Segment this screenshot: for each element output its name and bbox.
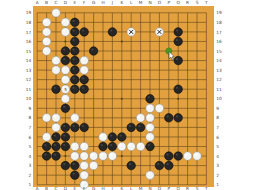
coord-label-right: 4: [216, 154, 219, 159]
coord-label-top: D: [64, 0, 68, 5]
black-stone: [71, 66, 80, 75]
stone-highlight: [73, 68, 75, 70]
coord-label-bottom: E: [73, 186, 76, 190]
stone-highlight: [176, 115, 178, 117]
stone-highlight: [44, 134, 47, 137]
coord-label-left: 14: [26, 58, 32, 63]
black-stone: [80, 85, 89, 94]
white-stone: [80, 66, 89, 75]
coord-label-bottom: H: [101, 186, 104, 190]
coord-label-left: 11: [26, 87, 32, 92]
stone-highlight: [54, 58, 57, 61]
coord-label-left: 4: [28, 154, 31, 159]
black-stone: [52, 133, 61, 142]
stone-highlight: [167, 115, 169, 117]
stone-highlight: [148, 96, 150, 98]
white-stone: [71, 142, 80, 151]
coord-label-top: G: [92, 0, 95, 5]
coord-label-bottom: N: [148, 186, 151, 190]
black-stone: [61, 56, 70, 65]
coord-label-top: E: [73, 0, 76, 5]
stone-highlight: [63, 49, 65, 51]
coord-label-right: 18: [216, 20, 222, 25]
coord-label-bottom: Q: [177, 186, 181, 190]
coord-label-bottom: P: [168, 186, 171, 190]
white-stone: [52, 114, 61, 123]
white-stone: [99, 133, 108, 142]
star-point: [121, 155, 123, 157]
stone-highlight: [73, 77, 75, 79]
stone-highlight: [101, 144, 103, 146]
white-stone: [52, 56, 61, 65]
stone-highlight: [138, 115, 141, 118]
stone-highlight: [195, 153, 198, 156]
black-stone: [52, 152, 61, 161]
stone-highlight: [73, 173, 75, 175]
stone-highlight: [82, 172, 85, 175]
stone-highlight: [72, 144, 75, 147]
coord-label-right: 9: [216, 106, 219, 111]
stone-highlight: [148, 125, 151, 128]
coord-label-right: 3: [216, 163, 219, 168]
white-stone: [80, 142, 89, 151]
white-stone: [52, 66, 61, 75]
white-stone: [89, 152, 98, 161]
black-stone: [174, 152, 183, 161]
stone-highlight: [73, 49, 75, 51]
black-stone: [127, 123, 136, 131]
black-stone: [108, 28, 117, 37]
coord-label-bottom: G: [92, 186, 95, 190]
coord-label-right: 15: [216, 49, 222, 54]
white-stone: [80, 171, 89, 180]
coord-label-top: Q: [177, 0, 181, 5]
coord-label-right: 7: [216, 125, 219, 130]
stone-highlight: [63, 77, 66, 80]
star-point: [177, 98, 179, 100]
black-stone: [71, 18, 80, 27]
coord-label-top: K: [120, 0, 123, 5]
stone-highlight: [82, 125, 84, 127]
stone-highlight: [54, 125, 57, 128]
stone-highlight: [82, 58, 85, 61]
stone-highlight: [129, 163, 131, 165]
coord-label-right: 16: [216, 39, 222, 44]
black-stone: [108, 133, 117, 142]
black-stone: [80, 28, 89, 37]
coord-label-top: M: [139, 0, 143, 5]
coord-label-right: 2: [216, 173, 219, 178]
stone-highlight: [148, 115, 151, 118]
coord-label-top: J: [111, 0, 113, 5]
stone-highlight: [54, 67, 57, 70]
coord-label-bottom: B: [45, 186, 48, 190]
stone-highlight: [54, 10, 57, 13]
star-point: [121, 98, 123, 100]
coord-label-right: 17: [216, 30, 222, 35]
coord-label-left: 6: [28, 135, 31, 140]
stone-highlight: [176, 58, 178, 60]
coord-label-left: 18: [26, 20, 32, 25]
stone-highlight: [44, 48, 47, 51]
white-stone: [146, 123, 155, 131]
white-stone: [61, 28, 70, 37]
coord-label-top: A: [36, 0, 39, 5]
black-stone: [174, 85, 183, 94]
white-stone: [80, 152, 89, 161]
coord-label-right: 11: [216, 87, 222, 92]
black-stone: [71, 123, 80, 131]
black-stone: [61, 47, 70, 56]
white-stone: [127, 142, 136, 151]
coord-label-bottom: C: [54, 186, 57, 190]
coord-label-right: 10: [216, 96, 222, 101]
coord-label-left: 1: [28, 182, 31, 187]
black-stone: [174, 37, 183, 46]
stone-highlight: [148, 144, 150, 146]
white-stone: [99, 152, 108, 161]
stone-highlight: [110, 153, 113, 156]
stone-highlight: [176, 87, 178, 89]
coord-label-bottom: A: [36, 186, 39, 190]
stone-highlight: [63, 29, 66, 32]
black-stone: [146, 95, 155, 104]
coord-label-left: 15: [26, 49, 32, 54]
white-stone: [146, 171, 155, 180]
black-stone: [136, 123, 145, 131]
black-stone: [80, 123, 89, 131]
white-stone: [42, 133, 51, 142]
stone-highlight: [148, 172, 151, 175]
coord-label-bottom: J: [111, 186, 113, 190]
black-stone: [165, 152, 174, 161]
white-stone: [89, 161, 98, 170]
coord-label-top: B: [45, 0, 48, 5]
white-stone: [42, 37, 51, 46]
stone-highlight: [82, 87, 84, 89]
black-stone: [71, 171, 80, 180]
coord-label-top: H: [101, 0, 104, 5]
coord-label-right: 13: [216, 68, 222, 73]
stone-highlight: [54, 154, 56, 156]
stone-highlight: [148, 106, 151, 109]
white-stone: [42, 47, 51, 56]
coord-label-top: R: [186, 0, 189, 5]
white-stone: [108, 152, 117, 161]
stone-highlight: [44, 29, 47, 32]
stone-highlight: [63, 134, 65, 136]
coord-label-left: 3: [28, 163, 31, 168]
stone-highlight: [63, 106, 65, 108]
white-stone: [42, 28, 51, 37]
white-stone: [155, 104, 164, 113]
coord-label-right: 8: [216, 115, 219, 120]
coord-label-bottom: S: [196, 186, 199, 190]
stone-highlight: [82, 29, 84, 31]
stone-highlight: [185, 153, 188, 156]
stone-highlight: [110, 29, 112, 31]
stone-highlight: [73, 29, 75, 31]
white-stone: [80, 161, 89, 170]
stone-highlight: [138, 125, 140, 127]
white-stone: [71, 152, 80, 161]
stone-highlight: [82, 163, 85, 166]
black-stone: [174, 114, 183, 123]
coord-label-top: P: [168, 0, 171, 5]
stone-highlight: [63, 144, 65, 146]
coord-label-right: 19: [216, 10, 222, 15]
stone-highlight: [73, 20, 75, 22]
stone-highlight: [44, 144, 46, 146]
coord-label-left: 17: [26, 30, 32, 35]
black-stone: [52, 85, 61, 94]
stone-highlight: [129, 144, 132, 147]
white-stone: [183, 152, 192, 161]
white-stone: [71, 114, 80, 123]
stone-highlight: [110, 134, 112, 136]
coord-label-right: 12: [216, 77, 222, 82]
white-stone: [61, 66, 70, 75]
stone-highlight: [176, 29, 178, 31]
stone-highlight: [63, 96, 66, 99]
stone-highlight: [120, 134, 122, 136]
coord-label-left: 9: [28, 106, 31, 111]
coord-label-top: T: [204, 0, 208, 5]
stone-highlight: [54, 115, 57, 118]
coord-label-top: C: [54, 0, 57, 5]
black-stone: [71, 47, 80, 56]
stone-highlight: [91, 153, 94, 156]
black-stone: [71, 85, 80, 94]
stone-highlight: [176, 39, 178, 41]
black-stone: [61, 123, 70, 131]
stone-highlight: [73, 87, 75, 89]
black-stone: [71, 75, 80, 84]
white-stone: [61, 95, 70, 104]
stone-highlight: [44, 154, 46, 156]
coord-label-right: 1: [216, 182, 219, 187]
black-stone: [61, 133, 70, 142]
coord-label-bottom: O: [158, 186, 162, 190]
go-board[interactable]: 5ABCDEFGHJKLMNOPQRSTABCDEFGHJKLMNOPQRST1…: [0, 0, 253, 190]
stone-highlight: [54, 144, 56, 146]
coord-label-left: 10: [26, 96, 32, 101]
coord-label-left: 5: [28, 144, 31, 149]
stone-highlight: [44, 115, 47, 118]
white-stone: [193, 152, 202, 161]
coord-label-left: 12: [26, 77, 32, 82]
white-stone: [61, 75, 70, 84]
white-stone: [146, 104, 155, 113]
stone-highlight: [138, 144, 141, 147]
coord-label-bottom: T: [204, 186, 208, 190]
black-stone: [71, 56, 80, 65]
white-stone: [42, 114, 51, 123]
star-point: [121, 40, 123, 42]
white-stone: [146, 133, 155, 142]
black-stone: [165, 161, 174, 170]
stone-highlight: [119, 144, 122, 147]
coord-label-right: 5: [216, 144, 219, 149]
stone-highlight: [44, 20, 47, 23]
black-stone: [108, 142, 117, 151]
white-stone: [61, 18, 70, 27]
white-stone: [136, 114, 145, 123]
coord-label-left: 8: [28, 115, 31, 120]
white-stone: [42, 18, 51, 27]
white-stone: [52, 9, 61, 17]
black-stone: [89, 47, 98, 56]
black-stone: [80, 75, 89, 84]
coord-label-left: 16: [26, 39, 32, 44]
stone-highlight: [63, 58, 65, 60]
black-stone: [61, 161, 70, 170]
stone-highlight: [176, 154, 178, 156]
stone-highlight: [72, 153, 75, 156]
black-stone: [71, 37, 80, 46]
stone-highlight: [63, 67, 66, 70]
stone-highlight: [63, 163, 65, 165]
black-stone: [155, 161, 164, 170]
stone-highlight: [44, 39, 47, 42]
black-stone: [99, 142, 108, 151]
stone-highlight: [82, 144, 85, 147]
stone-highlight: [73, 39, 75, 41]
black-stone: [71, 28, 80, 37]
stone-highlight: [54, 134, 56, 136]
coord-label-top: F: [83, 0, 86, 5]
stone-highlight: [157, 106, 160, 109]
stone-highlight: [82, 182, 85, 185]
coord-label-top: L: [130, 0, 133, 5]
black-stone: [127, 161, 136, 170]
stone-highlight: [72, 115, 75, 118]
coord-label-left: 19: [26, 10, 32, 15]
coord-label-left: 2: [28, 173, 31, 178]
stone-highlight: [82, 153, 85, 156]
star-point: [64, 40, 66, 42]
stone-highlight: [167, 163, 169, 165]
stone-highlight: [110, 144, 112, 146]
coord-label-bottom: K: [120, 186, 123, 190]
coord-label-top: N: [148, 0, 151, 5]
stone-highlight: [129, 125, 131, 127]
stone-highlight: [54, 87, 56, 89]
white-stone: [136, 142, 145, 151]
stone-move-number: 5: [64, 87, 67, 92]
white-stone: [146, 114, 155, 123]
black-stone: [61, 142, 70, 151]
coord-label-right: 6: [216, 135, 219, 140]
black-stone: [174, 56, 183, 65]
coord-label-left: 13: [26, 68, 32, 73]
white-stone: [118, 142, 127, 151]
black-stone: [71, 161, 80, 170]
black-stone: [174, 28, 183, 37]
stone-highlight: [91, 163, 94, 166]
stone-highlight: [82, 67, 85, 70]
coord-label-left: 7: [28, 125, 31, 130]
black-stone: [146, 142, 155, 151]
coord-label-right: 14: [216, 58, 222, 63]
stone-highlight: [73, 163, 75, 165]
stone-highlight: [148, 134, 151, 137]
coord-label-top: S: [196, 0, 199, 5]
stone-highlight: [82, 77, 84, 79]
stone-highlight: [63, 20, 66, 23]
black-stone: [42, 142, 51, 151]
stone-highlight: [63, 125, 65, 127]
star-point: [64, 155, 66, 157]
stone-highlight: [91, 49, 93, 51]
stone-highlight: [157, 163, 159, 165]
go-game-screen: 5ABCDEFGHJKLMNOPQRSTABCDEFGHJKLMNOPQRST1…: [0, 0, 253, 190]
stone-highlight: [73, 58, 75, 60]
black-stone: [52, 142, 61, 151]
coord-label-bottom: M: [139, 186, 143, 190]
stone-highlight: [101, 153, 104, 156]
white-stone: [52, 123, 61, 131]
black-stone: [118, 133, 127, 142]
coord-label-bottom: R: [186, 186, 189, 190]
black-stone: [61, 104, 70, 113]
black-stone: [42, 152, 51, 161]
black-stone: [165, 114, 174, 123]
stone-highlight: [73, 125, 75, 127]
stone-highlight: [167, 154, 169, 156]
coord-label-top: O: [158, 0, 162, 5]
stone-highlight: [101, 134, 104, 137]
white-stone: [80, 56, 89, 65]
